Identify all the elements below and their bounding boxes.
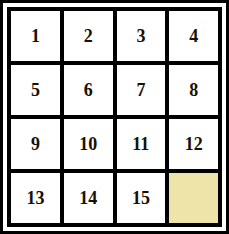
fifteen-puzzle-board: 123456789101112131415	[7, 7, 222, 227]
puzzle-frame: 123456789101112131415	[0, 0, 229, 234]
tile-5[interactable]: 5	[11, 65, 60, 115]
tile-10[interactable]: 10	[64, 119, 113, 169]
tile-11[interactable]: 11	[117, 119, 166, 169]
tile-4[interactable]: 4	[169, 11, 218, 61]
tile-7[interactable]: 7	[117, 65, 166, 115]
tile-14[interactable]: 14	[64, 173, 113, 223]
tile-9[interactable]: 9	[11, 119, 60, 169]
tile-3[interactable]: 3	[117, 11, 166, 61]
tile-13[interactable]: 13	[11, 173, 60, 223]
tile-8[interactable]: 8	[169, 65, 218, 115]
tile-6[interactable]: 6	[64, 65, 113, 115]
empty-cell	[169, 173, 218, 223]
tile-2[interactable]: 2	[64, 11, 113, 61]
tile-15[interactable]: 15	[117, 173, 166, 223]
tile-1[interactable]: 1	[11, 11, 60, 61]
tile-12[interactable]: 12	[169, 119, 218, 169]
